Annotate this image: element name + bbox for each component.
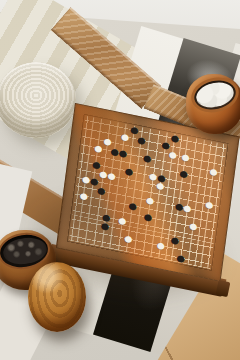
intersection: ● — [156, 181, 165, 191]
intersection: ● — [181, 153, 190, 163]
intersection: ● — [176, 253, 185, 263]
intersection: ● — [137, 135, 146, 145]
white-stone: ● — [94, 143, 103, 153]
black-stone: ● — [179, 169, 188, 179]
white-stone: ● — [209, 167, 218, 177]
black-stone: ● — [170, 134, 179, 144]
white-stone: ● — [183, 204, 192, 214]
white-stone-bowl — [186, 74, 240, 134]
intersection: ● — [145, 196, 154, 206]
white-stone: ● — [205, 200, 214, 210]
white-stone: ● — [124, 234, 133, 244]
intersection: ● — [118, 148, 127, 158]
intersection: ● — [97, 186, 106, 196]
intersection: ● — [170, 134, 179, 144]
white-stone: ● — [156, 181, 165, 191]
intersection: ● — [189, 222, 198, 232]
intersection: ● — [124, 166, 133, 176]
intersection: ● — [124, 234, 133, 244]
intersection: ● — [120, 132, 129, 142]
intersection: ● — [128, 201, 137, 211]
intersection: ● — [100, 221, 109, 231]
intersection: ● — [209, 167, 218, 177]
white-stone: ● — [189, 222, 198, 232]
intersection: ● — [205, 200, 214, 210]
intersection: ● — [94, 143, 103, 153]
intersection — [205, 268, 210, 269]
closed-stone-bowl — [28, 262, 86, 332]
intersection: ● — [79, 191, 88, 201]
white-stone: ● — [168, 150, 177, 160]
intersection: ● — [168, 150, 177, 160]
black-stone: ● — [137, 135, 146, 145]
go-grid-19x19: ●●●●●●●●●●●●●●●●●●●●●●●●●●●●●●●●●●●●●●● — [69, 116, 227, 269]
black-stone: ● — [124, 166, 133, 176]
board-surface: ●●●●●●●●●●●●●●●●●●●●●●●●●●●●●●●●●●●●●●● — [67, 114, 229, 271]
intersection: ● — [118, 216, 127, 226]
white-stone: ● — [79, 191, 88, 201]
white-stone: ● — [156, 241, 165, 251]
intersection: ● — [143, 153, 152, 163]
intersection: ● — [170, 235, 179, 245]
intersection: ● — [143, 212, 152, 222]
white-stone: ● — [118, 216, 127, 226]
black-stone: ● — [97, 186, 106, 196]
black-stone: ● — [143, 153, 152, 163]
intersection: ● — [183, 204, 192, 214]
intersection: ● — [179, 169, 188, 179]
white-stone: ● — [145, 196, 154, 206]
black-stone: ● — [143, 212, 152, 222]
white-stone: ● — [120, 132, 129, 142]
go-table-scene: ●●●●●●●●●●●●●●●●●●●●●●●●●●●●●●●●●●●●●●● — [0, 0, 240, 360]
black-stone: ● — [118, 148, 127, 158]
intersection: ● — [156, 241, 165, 251]
black-stone: ● — [100, 221, 109, 231]
white-stone: ● — [107, 171, 116, 181]
black-stone: ● — [176, 253, 185, 263]
white-stone: ● — [181, 153, 190, 163]
intersection: ● — [107, 171, 116, 181]
black-stone: ● — [128, 201, 137, 211]
black-stone: ● — [170, 235, 179, 245]
